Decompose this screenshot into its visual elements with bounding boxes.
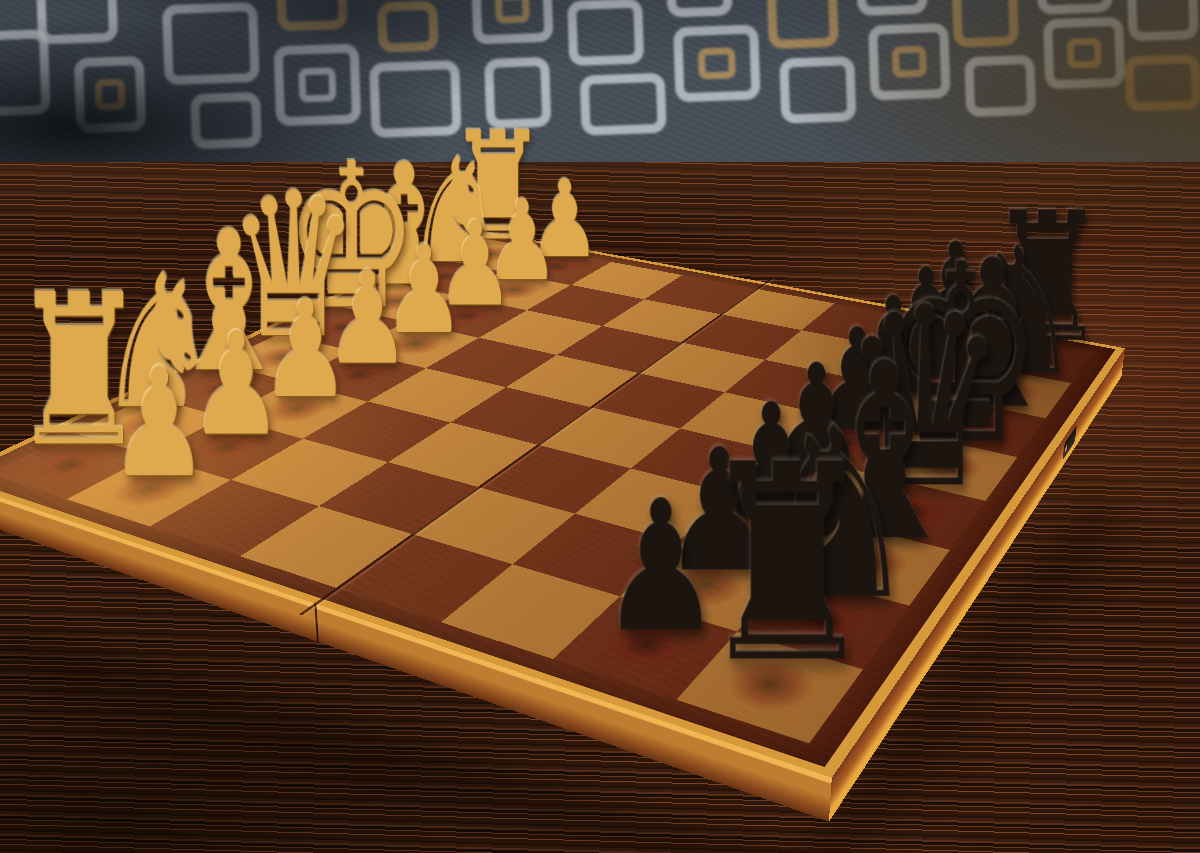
board-perspective-anchor: ♜♞♝♛♚♝♞♜♟♟♟♟♟♟♟♟♟♟♟♟♟♟♟♟♜♞♝♛♚♝♞♜: [0, 0, 1200, 853]
fold-crack: [314, 603, 319, 642]
square-a8[interactable]: ♜: [676, 632, 863, 744]
white-pawn-a2[interactable]: ♟: [109, 355, 210, 493]
chess-board: ♜♞♝♛♚♝♞♜♟♟♟♟♟♟♟♟♟♟♟♟♟♟♟♟♜♞♝♛♚♝♞♜: [0, 229, 1125, 778]
photo-scene: ♜♞♝♛♚♝♞♜♟♟♟♟♟♟♟♟♟♟♟♟♟♟♟♟♜♞♝♛♚♝♞♜: [0, 0, 1200, 853]
black-rook-a8[interactable]: ♜: [696, 440, 878, 690]
